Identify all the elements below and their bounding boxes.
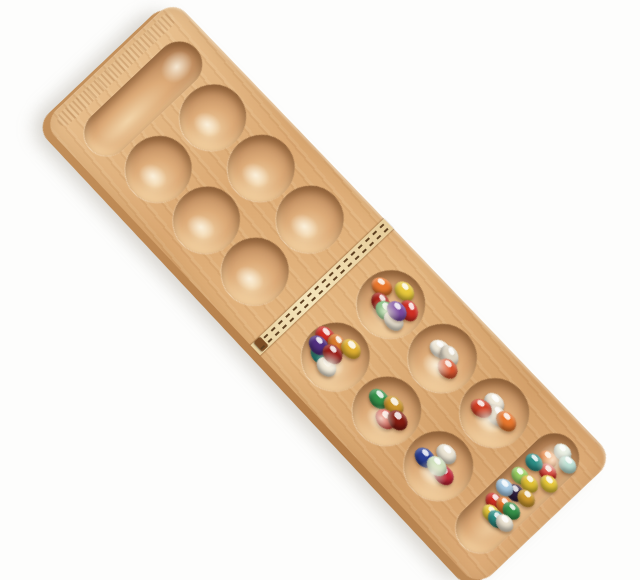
glass-bead bbox=[492, 407, 520, 435]
glass-bead bbox=[555, 452, 580, 477]
glass-bead bbox=[433, 440, 461, 468]
mancala-board bbox=[42, 0, 614, 580]
store-near bbox=[446, 423, 590, 563]
product-photo-scene bbox=[0, 0, 640, 580]
board-half-near bbox=[42, 0, 614, 580]
glass-bead bbox=[383, 406, 411, 434]
board-face bbox=[42, 0, 614, 580]
glass-bead bbox=[429, 461, 457, 489]
glass-bead bbox=[535, 447, 560, 472]
glass-bead bbox=[313, 353, 341, 381]
